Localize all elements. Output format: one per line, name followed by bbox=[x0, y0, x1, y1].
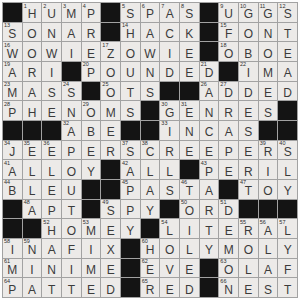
grid-cell[interactable]: O bbox=[121, 42, 140, 61]
grid-cell[interactable]: 47T bbox=[239, 180, 258, 199]
grid-cell[interactable]: 62E bbox=[141, 259, 160, 278]
cell-letter: L bbox=[29, 166, 36, 178]
cell-letter: N bbox=[47, 28, 56, 40]
grid-cell[interactable]: W bbox=[42, 42, 61, 61]
grid-cell[interactable]: 3M bbox=[62, 3, 81, 22]
grid-cell[interactable]: R bbox=[23, 62, 42, 81]
grid-cell[interactable]: E bbox=[82, 42, 101, 61]
clue-number: 65 bbox=[142, 279, 148, 285]
clue-number: 29 bbox=[83, 102, 89, 108]
clue-number: 56 bbox=[260, 220, 266, 226]
grid-cell[interactable]: E bbox=[101, 259, 120, 278]
grid-cell[interactable]: M bbox=[101, 101, 120, 120]
clue-number: 59 bbox=[24, 239, 30, 245]
grid-cell[interactable]: 8S bbox=[180, 3, 199, 22]
grid-cell[interactable]: H bbox=[23, 101, 42, 120]
grid-cell[interactable]: I bbox=[42, 62, 61, 81]
grid-cell[interactable]: E bbox=[82, 278, 101, 297]
grid-cell[interactable]: 25O bbox=[101, 82, 120, 101]
cell-letter: Y bbox=[205, 244, 213, 256]
grid-cell[interactable]: 36E bbox=[42, 141, 61, 160]
cell-letter: C bbox=[165, 28, 174, 40]
grid-cell[interactable]: I bbox=[62, 259, 81, 278]
black-cell bbox=[101, 160, 120, 179]
grid-cell[interactable]: 55R bbox=[239, 219, 258, 238]
grid-cell[interactable]: 40S bbox=[278, 141, 297, 160]
black-cell bbox=[82, 82, 101, 101]
grid-cell[interactable]: R bbox=[200, 200, 219, 219]
grid-cell[interactable]: 15F bbox=[219, 23, 238, 42]
grid-cell[interactable]: I bbox=[259, 160, 278, 179]
grid-cell[interactable]: E bbox=[160, 278, 179, 297]
cell-letter: G bbox=[263, 8, 272, 20]
grid-cell[interactable]: 24S bbox=[62, 82, 81, 101]
clue-number: 42 bbox=[122, 161, 128, 167]
clue-number: 53 bbox=[83, 220, 89, 226]
cell-letter: K bbox=[185, 28, 193, 40]
grid-cell[interactable]: E bbox=[180, 42, 199, 61]
grid-cell[interactable]: T bbox=[62, 278, 81, 297]
clue-number: 26 bbox=[201, 82, 207, 88]
black-cell bbox=[180, 82, 199, 101]
cell-letter: T bbox=[245, 185, 252, 197]
grid-cell[interactable]: E bbox=[278, 42, 297, 61]
cell-letter: E bbox=[87, 284, 95, 296]
grid-cell[interactable]: E bbox=[42, 180, 61, 199]
cell-letter: T bbox=[48, 284, 55, 296]
cell-letter: A bbox=[146, 185, 154, 197]
cell-letter: T bbox=[127, 87, 134, 99]
cell-letter: O bbox=[106, 87, 115, 99]
cell-letter: O bbox=[126, 48, 135, 60]
grid-cell[interactable]: K bbox=[180, 23, 199, 42]
grid-cell[interactable]: S bbox=[259, 101, 278, 120]
grid-cell[interactable]: A bbox=[141, 23, 160, 42]
grid-cell[interactable]: 17Z bbox=[101, 42, 120, 61]
grid-cell[interactable]: E bbox=[180, 141, 199, 160]
grid-cell[interactable]: 19A bbox=[3, 62, 22, 81]
black-cell bbox=[121, 121, 140, 140]
grid-cell[interactable]: V bbox=[160, 259, 179, 278]
grid-cell[interactable]: D bbox=[278, 82, 297, 101]
clue-number: 38 bbox=[142, 141, 148, 147]
cell-letter: A bbox=[126, 166, 134, 178]
cell-letter: R bbox=[244, 166, 253, 178]
grid-cell[interactable]: 30G bbox=[160, 101, 179, 120]
grid-cell[interactable]: R bbox=[239, 160, 258, 179]
black-cell bbox=[141, 121, 160, 140]
cell-letter: A bbox=[67, 28, 75, 40]
grid-cell[interactable]: N bbox=[42, 259, 61, 278]
grid-cell[interactable]: S bbox=[42, 82, 61, 101]
grid-cell[interactable]: L bbox=[141, 160, 160, 179]
grid-cell[interactable]: 32A bbox=[62, 121, 81, 140]
grid-cell[interactable]: R bbox=[101, 141, 120, 160]
grid-cell[interactable]: M bbox=[82, 259, 101, 278]
grid-cell[interactable]: L bbox=[259, 239, 278, 258]
grid-cell[interactable]: 23M bbox=[3, 82, 22, 101]
grid-cell[interactable]: 10G bbox=[239, 3, 258, 22]
grid-cell[interactable]: 29O bbox=[82, 101, 101, 120]
clue-number: 35 bbox=[24, 141, 30, 147]
cell-letter: H bbox=[146, 244, 155, 256]
grid-cell[interactable]: 44B bbox=[3, 180, 22, 199]
cell-letter: M bbox=[86, 264, 96, 276]
grid-cell[interactable]: E bbox=[180, 259, 199, 278]
cell-letter: O bbox=[244, 28, 253, 40]
grid-cell[interactable]: E bbox=[200, 141, 219, 160]
cell-letter: I bbox=[30, 264, 33, 276]
grid-cell[interactable]: 22I bbox=[239, 62, 258, 81]
grid-cell[interactable]: 13S bbox=[3, 23, 22, 42]
grid-cell[interactable]: I bbox=[82, 239, 101, 258]
grid-cell[interactable]: O bbox=[239, 23, 258, 42]
cell-letter: S bbox=[264, 284, 272, 296]
grid-cell[interactable]: 21D bbox=[200, 62, 219, 81]
clue-number: 19 bbox=[4, 62, 10, 68]
grid-cell[interactable]: A bbox=[62, 23, 81, 42]
grid-cell[interactable]: C bbox=[200, 121, 219, 140]
cell-letter: A bbox=[205, 87, 213, 99]
clue-number: 2 bbox=[43, 4, 46, 10]
black-cell bbox=[160, 200, 179, 219]
black-cell bbox=[200, 3, 219, 22]
cell-letter: A bbox=[264, 225, 272, 237]
grid-cell[interactable]: 61M bbox=[3, 259, 22, 278]
grid-cell[interactable]: E bbox=[82, 141, 101, 160]
clue-number: 11 bbox=[260, 4, 266, 10]
cell-letter: L bbox=[48, 166, 55, 178]
grid-cell[interactable]: T bbox=[278, 278, 297, 297]
grid-cell[interactable]: P bbox=[42, 200, 61, 219]
black-cell bbox=[3, 3, 22, 22]
grid-cell[interactable]: S bbox=[121, 101, 140, 120]
grid-cell[interactable]: 54L bbox=[160, 219, 179, 238]
cell-letter: M bbox=[86, 225, 96, 237]
grid-cell[interactable]: 37S bbox=[121, 141, 140, 160]
grid-cell[interactable]: 41A bbox=[3, 160, 22, 179]
grid-cell[interactable]: 2U bbox=[42, 3, 61, 22]
grid-cell[interactable]: F bbox=[278, 259, 297, 278]
grid-cell[interactable]: 53M bbox=[82, 219, 101, 238]
grid-cell[interactable]: O bbox=[259, 180, 278, 199]
clue-number: 50 bbox=[181, 200, 187, 206]
clue-number: 4 bbox=[83, 4, 86, 10]
cell-letter: D bbox=[205, 67, 214, 79]
grid-cell[interactable]: T bbox=[42, 278, 61, 297]
grid-cell[interactable]: 38C bbox=[141, 141, 160, 160]
grid-cell[interactable]: R bbox=[160, 141, 179, 160]
grid-cell[interactable]: O bbox=[239, 239, 258, 258]
grid-cell[interactable]: P bbox=[121, 200, 140, 219]
grid-cell[interactable]: 27D bbox=[219, 82, 238, 101]
grid-cell[interactable]: N bbox=[200, 101, 219, 120]
cell-letter: R bbox=[264, 146, 273, 158]
cell-letter: E bbox=[244, 146, 252, 158]
grid-cell[interactable]: E bbox=[259, 82, 278, 101]
grid-cell[interactable]: 34J bbox=[3, 141, 22, 160]
grid-cell[interactable]: A bbox=[259, 259, 278, 278]
grid-cell[interactable]: E bbox=[239, 278, 258, 297]
cell-letter: N bbox=[224, 284, 233, 296]
grid-cell[interactable]: A bbox=[200, 180, 219, 199]
grid-cell[interactable]: 28P bbox=[3, 101, 22, 120]
grid-cell[interactable]: N bbox=[42, 23, 61, 42]
grid-cell[interactable]: 12S bbox=[278, 3, 297, 22]
grid-cell[interactable]: R bbox=[219, 101, 238, 120]
cell-letter: A bbox=[48, 244, 56, 256]
black-cell bbox=[278, 101, 297, 120]
crossword-grid: 1H2U3M4P5S6P7A8S9U10G11G12S13SONAR14HACK… bbox=[2, 2, 298, 298]
grid-cell[interactable]: E bbox=[180, 62, 199, 81]
grid-cell[interactable]: 4P bbox=[82, 3, 101, 22]
clue-number: 33 bbox=[161, 121, 167, 127]
grid-cell[interactable]: 42A bbox=[121, 160, 140, 179]
cell-letter: H bbox=[126, 28, 135, 40]
cell-letter: O bbox=[263, 185, 272, 197]
grid-cell[interactable]: E bbox=[101, 121, 120, 140]
grid-cell[interactable]: 50O bbox=[180, 200, 199, 219]
grid-cell[interactable]: B bbox=[239, 42, 258, 61]
grid-cell[interactable]: 9U bbox=[219, 3, 238, 22]
cell-letter: O bbox=[27, 28, 36, 40]
clue-number: 62 bbox=[142, 259, 148, 265]
grid-cell[interactable]: I bbox=[23, 259, 42, 278]
grid-cell[interactable]: D bbox=[239, 82, 258, 101]
grid-cell[interactable]: E bbox=[239, 141, 258, 160]
clue-number: 55 bbox=[240, 220, 246, 226]
black-cell bbox=[219, 180, 238, 199]
grid-cell[interactable]: R bbox=[82, 23, 101, 42]
grid-cell[interactable]: 33I bbox=[160, 121, 179, 140]
cell-letter: D bbox=[106, 284, 115, 296]
cell-letter: S bbox=[126, 146, 134, 158]
grid-cell[interactable]: 5S bbox=[121, 3, 140, 22]
grid-cell[interactable]: 60H bbox=[141, 239, 160, 258]
cell-letter: U bbox=[224, 8, 233, 20]
grid-cell[interactable]: O bbox=[160, 239, 179, 258]
cell-letter: I bbox=[70, 264, 73, 276]
grid-cell[interactable]: L bbox=[23, 160, 42, 179]
cell-letter: E bbox=[284, 48, 292, 60]
cell-letter: P bbox=[225, 146, 233, 158]
cell-letter: O bbox=[224, 264, 233, 276]
grid-cell[interactable]: L bbox=[180, 239, 199, 258]
grid-cell[interactable]: O bbox=[259, 42, 278, 61]
grid-cell[interactable]: 58I bbox=[3, 239, 22, 258]
grid-cell[interactable]: E bbox=[239, 101, 258, 120]
grid-cell[interactable]: A bbox=[219, 121, 238, 140]
grid-cell[interactable]: 14H bbox=[121, 23, 140, 42]
grid-cell[interactable]: S bbox=[141, 82, 160, 101]
grid-cell[interactable]: 39R bbox=[259, 141, 278, 160]
grid-cell[interactable]: 59N bbox=[23, 239, 42, 258]
cell-letter: U bbox=[126, 67, 135, 79]
grid-cell[interactable]: O bbox=[101, 62, 120, 81]
grid-cell[interactable]: 1H bbox=[23, 3, 42, 22]
clue-number: 34 bbox=[4, 141, 10, 147]
cell-letter: S bbox=[107, 205, 115, 217]
grid-cell[interactable]: L bbox=[239, 259, 258, 278]
grid-cell[interactable]: 35E bbox=[23, 141, 42, 160]
grid-cell[interactable]: N bbox=[180, 121, 199, 140]
cell-letter: J bbox=[9, 146, 15, 158]
grid-cell[interactable]: I bbox=[160, 42, 179, 61]
clue-number: 43 bbox=[201, 161, 207, 167]
grid-cell[interactable]: Y bbox=[121, 219, 140, 238]
cell-letter: E bbox=[244, 284, 252, 296]
grid-cell[interactable]: M bbox=[219, 239, 238, 258]
black-cell bbox=[141, 101, 160, 120]
grid-cell[interactable]: E bbox=[42, 101, 61, 120]
grid-cell[interactable]: Y bbox=[278, 180, 297, 199]
grid-cell[interactable]: T bbox=[121, 82, 140, 101]
grid-cell[interactable]: O bbox=[62, 160, 81, 179]
grid-cell[interactable]: Y bbox=[141, 200, 160, 219]
grid-cell[interactable]: S bbox=[239, 121, 258, 140]
grid-cell[interactable]: A bbox=[23, 82, 42, 101]
grid-cell[interactable]: T bbox=[200, 219, 219, 238]
grid-cell[interactable]: A bbox=[278, 62, 297, 81]
cell-letter: A bbox=[264, 264, 272, 276]
grid-cell[interactable]: I bbox=[180, 219, 199, 238]
cell-letter: M bbox=[263, 67, 273, 79]
grid-cell[interactable]: 49S bbox=[101, 200, 120, 219]
grid-cell[interactable]: 56A bbox=[259, 219, 278, 238]
grid-cell[interactable]: 11G bbox=[259, 3, 278, 22]
grid-cell[interactable]: 43P bbox=[200, 160, 219, 179]
grid-cell[interactable]: O bbox=[23, 42, 42, 61]
clue-number: 41 bbox=[4, 161, 10, 167]
grid-cell[interactable]: U bbox=[62, 180, 81, 199]
clue-number: 25 bbox=[102, 82, 108, 88]
cell-letter: S bbox=[244, 126, 252, 138]
grid-cell[interactable]: 66N bbox=[219, 278, 238, 297]
cell-letter: L bbox=[147, 166, 154, 178]
grid-cell[interactable]: X bbox=[101, 239, 120, 258]
cell-letter: R bbox=[244, 225, 253, 237]
cell-letter: T bbox=[284, 28, 291, 40]
cell-letter: S bbox=[146, 87, 154, 99]
grid-cell[interactable]: 18O bbox=[219, 42, 238, 61]
grid-cell[interactable]: N bbox=[259, 23, 278, 42]
grid-cell[interactable]: Y bbox=[278, 239, 297, 258]
cell-letter: S bbox=[48, 87, 56, 99]
grid-cell[interactable]: D bbox=[101, 278, 120, 297]
grid-cell[interactable]: N bbox=[62, 101, 81, 120]
black-cell bbox=[62, 62, 81, 81]
clue-number: 52 bbox=[43, 220, 49, 226]
clue-number: 9 bbox=[220, 4, 223, 10]
grid-cell[interactable]: P bbox=[62, 141, 81, 160]
clue-number: 17 bbox=[102, 43, 108, 49]
cell-letter: E bbox=[166, 284, 174, 296]
grid-cell[interactable]: I bbox=[62, 42, 81, 61]
grid-cell[interactable]: 57L bbox=[278, 219, 297, 238]
clue-number: 30 bbox=[161, 102, 167, 108]
cell-letter: A bbox=[205, 185, 213, 197]
cell-letter: E bbox=[205, 146, 213, 158]
grid-cell[interactable]: E bbox=[219, 219, 238, 238]
grid-cell[interactable]: D bbox=[160, 62, 179, 81]
grid-cell[interactable]: E bbox=[219, 160, 238, 179]
cell-letter: Z bbox=[107, 48, 114, 60]
cell-letter: T bbox=[68, 284, 75, 296]
grid-cell[interactable]: 7A bbox=[160, 3, 179, 22]
cell-letter: S bbox=[185, 8, 193, 20]
grid-cell[interactable]: N bbox=[141, 62, 160, 81]
cell-letter: I bbox=[266, 166, 269, 178]
grid-cell[interactable]: W bbox=[141, 42, 160, 61]
grid-cell[interactable]: O bbox=[62, 219, 81, 238]
cell-letter: T bbox=[186, 185, 193, 197]
clue-number: 22 bbox=[240, 62, 246, 68]
grid-cell[interactable]: L bbox=[160, 160, 179, 179]
grid-cell[interactable]: E bbox=[101, 219, 120, 238]
grid-cell[interactable]: 6P bbox=[141, 3, 160, 22]
cell-letter: A bbox=[8, 67, 16, 79]
grid-cell[interactable]: A bbox=[42, 239, 61, 258]
grid-cell[interactable]: 26A bbox=[200, 82, 219, 101]
cell-letter: D bbox=[224, 87, 233, 99]
grid-cell[interactable]: 52H bbox=[42, 219, 61, 238]
grid-cell[interactable]: O bbox=[23, 23, 42, 42]
grid-cell[interactable]: L bbox=[23, 180, 42, 199]
grid-cell[interactable]: 16W bbox=[3, 42, 22, 61]
grid-cell[interactable]: P bbox=[219, 141, 238, 160]
grid-cell[interactable]: D bbox=[180, 278, 199, 297]
grid-cell[interactable]: M bbox=[259, 62, 278, 81]
grid-cell[interactable]: U bbox=[121, 62, 140, 81]
grid-cell[interactable]: 45P bbox=[121, 180, 140, 199]
grid-cell[interactable]: A bbox=[23, 278, 42, 297]
cell-letter: M bbox=[66, 8, 76, 20]
grid-cell[interactable]: 63O bbox=[219, 259, 238, 278]
grid-cell[interactable]: 31E bbox=[180, 101, 199, 120]
cell-letter: S bbox=[126, 107, 134, 119]
grid-cell[interactable]: L bbox=[42, 160, 61, 179]
grid-cell[interactable]: 20P bbox=[82, 62, 101, 81]
grid-cell[interactable]: Y bbox=[200, 239, 219, 258]
grid-cell[interactable]: Y bbox=[82, 160, 101, 179]
cell-letter: I bbox=[188, 225, 191, 237]
grid-cell[interactable]: A bbox=[141, 180, 160, 199]
grid-cell[interactable]: T bbox=[62, 200, 81, 219]
grid-cell[interactable]: 51D bbox=[219, 200, 238, 219]
grid-cell[interactable]: 65R bbox=[141, 278, 160, 297]
cell-letter: A bbox=[28, 284, 36, 296]
grid-cell[interactable]: L bbox=[278, 160, 297, 179]
cell-letter: H bbox=[28, 107, 37, 119]
grid-cell[interactable]: F bbox=[62, 239, 81, 258]
cell-letter: P bbox=[67, 146, 75, 158]
cell-letter: E bbox=[146, 264, 154, 276]
clue-number: 32 bbox=[63, 121, 69, 127]
grid-cell[interactable]: 48A bbox=[23, 200, 42, 219]
grid-cell[interactable]: C bbox=[160, 23, 179, 42]
cell-letter: E bbox=[185, 107, 193, 119]
black-cell bbox=[82, 200, 101, 219]
cell-letter: S bbox=[284, 8, 292, 20]
grid-cell[interactable]: S bbox=[259, 278, 278, 297]
grid-cell[interactable]: 64P bbox=[3, 278, 22, 297]
grid-cell[interactable]: 46T bbox=[180, 180, 199, 199]
cell-letter: S bbox=[166, 185, 174, 197]
grid-cell[interactable]: S bbox=[160, 180, 179, 199]
grid-cell[interactable]: T bbox=[278, 23, 297, 42]
grid-cell[interactable]: B bbox=[82, 121, 101, 140]
black-cell bbox=[180, 160, 199, 179]
